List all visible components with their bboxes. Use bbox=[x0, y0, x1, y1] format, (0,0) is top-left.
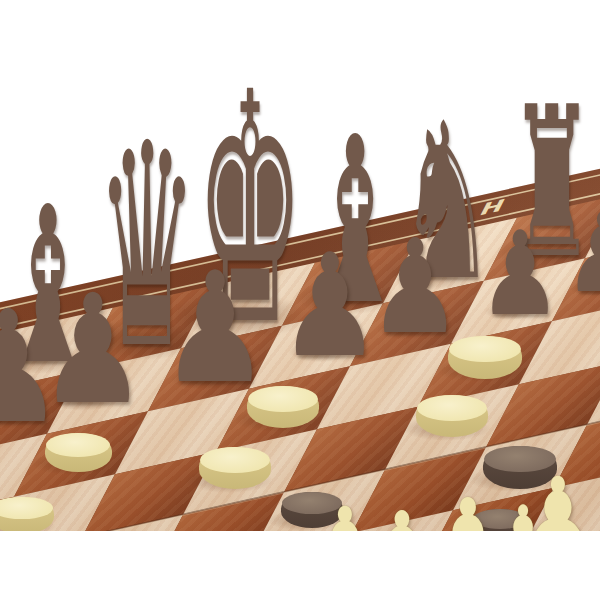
photo-bottom-margin bbox=[0, 531, 600, 600]
piece-dark-pawn-f7: ♟ bbox=[279, 235, 381, 377]
product-photo: H ♝♛♚♝♞♜♟♟♟♟♟♟♟♟♟♟♟♟ bbox=[0, 0, 600, 600]
piece-layer: ♝♛♚♝♞♜♟♟♟♟♟♟♟♟♟♟♟♟ bbox=[0, 0, 600, 600]
checker-top bbox=[46, 433, 110, 457]
checker-top bbox=[0, 497, 53, 520]
checker-top bbox=[417, 395, 486, 421]
piece-dark-pawn-e7: ♟ bbox=[160, 252, 270, 405]
piece-dark-pawn-h7x: ♟ bbox=[565, 198, 600, 308]
checker-cream-e5 bbox=[199, 447, 271, 489]
piece-dark-pawn-g7: ♟ bbox=[368, 222, 461, 352]
checker-top bbox=[449, 336, 520, 363]
checker-cream-d6 bbox=[45, 433, 112, 472]
piece-dark-pawn-h7: ♟ bbox=[478, 216, 561, 332]
checker-cream-h6 bbox=[448, 336, 522, 379]
checker-cream-g5 bbox=[416, 395, 488, 437]
checker-cream-b4 bbox=[0, 497, 54, 534]
piece-dark-pawn-c7: ♟ bbox=[0, 290, 64, 445]
checker-top bbox=[200, 447, 269, 473]
checker-cream-f6 bbox=[247, 386, 319, 428]
checker-top bbox=[248, 386, 317, 412]
